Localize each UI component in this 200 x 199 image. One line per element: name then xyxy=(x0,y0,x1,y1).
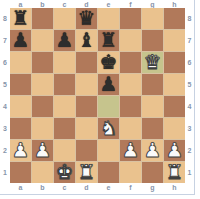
square-d7[interactable]: ♝ xyxy=(76,30,97,51)
file-label-b: b xyxy=(40,184,44,191)
square-g4[interactable] xyxy=(142,96,163,117)
square-g6[interactable]: ♛ xyxy=(142,52,163,73)
square-h3[interactable] xyxy=(164,118,185,139)
file-labels-bottom: abcdefgh xyxy=(10,183,185,194)
file-label-e: e xyxy=(107,1,111,8)
file-label-g: g xyxy=(150,1,154,8)
square-f6[interactable] xyxy=(120,52,141,73)
square-g2[interactable]: ♟ xyxy=(142,140,163,161)
black-rook-a8[interactable]: ♜ xyxy=(12,8,30,28)
rank-label-3: 3 xyxy=(188,125,192,132)
square-e5[interactable]: ♟ xyxy=(98,74,119,95)
file-label-f: f xyxy=(129,1,131,8)
file-labels-top: abcdefgh xyxy=(10,0,185,8)
black-queen-d8[interactable]: ♛ xyxy=(78,8,96,28)
square-g1[interactable] xyxy=(142,162,163,183)
square-e4[interactable] xyxy=(98,96,119,117)
square-g5[interactable] xyxy=(142,74,163,95)
white-pawn-g2[interactable]: ♟ xyxy=(144,140,162,160)
file-label-b: b xyxy=(40,1,44,8)
square-c6[interactable] xyxy=(54,52,75,73)
file-label-e: e xyxy=(107,184,111,191)
square-b7[interactable] xyxy=(32,30,53,51)
chess-board-panel: abcdefgh 87654321 ♜♛♟♟♝♜♚♛♟♞♟♟♟♟♟♚♜♜ 876… xyxy=(0,0,195,195)
white-rook-h1[interactable]: ♜ xyxy=(166,162,184,182)
square-h1[interactable]: ♜ xyxy=(164,162,185,183)
rank-label-6: 6 xyxy=(3,59,7,66)
rank-label-5: 5 xyxy=(3,81,7,88)
white-king-c1[interactable]: ♚ xyxy=(56,162,74,182)
square-d4[interactable] xyxy=(76,96,97,117)
white-pawn-f2[interactable]: ♟ xyxy=(122,140,140,160)
square-c1[interactable]: ♚ xyxy=(54,162,75,183)
rank-labels-left: 87654321 xyxy=(0,8,10,183)
square-h5[interactable] xyxy=(164,74,185,95)
file-label-f: f xyxy=(129,184,131,191)
file-label-d: d xyxy=(84,184,88,191)
square-c2[interactable] xyxy=(54,140,75,161)
square-d3[interactable] xyxy=(76,118,97,139)
white-pawn-b2[interactable]: ♟ xyxy=(34,140,52,160)
white-pawn-a2[interactable]: ♟ xyxy=(12,140,30,160)
square-e6[interactable]: ♚ xyxy=(98,52,119,73)
square-h2[interactable]: ♟ xyxy=(164,140,185,161)
square-f5[interactable] xyxy=(120,74,141,95)
square-d6[interactable] xyxy=(76,52,97,73)
square-c7[interactable]: ♟ xyxy=(54,30,75,51)
file-label-c: c xyxy=(63,184,67,191)
square-d8[interactable]: ♛ xyxy=(76,8,97,29)
rank-label-2: 2 xyxy=(188,147,192,154)
white-rook-d1[interactable]: ♜ xyxy=(78,162,96,182)
square-b4[interactable] xyxy=(32,96,53,117)
rank-label-8: 8 xyxy=(3,15,7,22)
rank-label-4: 4 xyxy=(3,103,7,110)
square-h7[interactable] xyxy=(164,30,185,51)
rank-label-7: 7 xyxy=(3,37,7,44)
rank-label-3: 3 xyxy=(3,125,7,132)
square-a8[interactable]: ♜ xyxy=(10,8,31,29)
square-d5[interactable] xyxy=(76,74,97,95)
square-h4[interactable] xyxy=(164,96,185,117)
square-f7[interactable] xyxy=(120,30,141,51)
black-pawn-a7[interactable]: ♟ xyxy=(12,30,30,50)
black-pawn-c7[interactable]: ♟ xyxy=(56,30,74,50)
chess-board: ♜♛♟♟♝♜♚♛♟♞♟♟♟♟♟♚♜♜ xyxy=(10,8,185,183)
square-h8[interactable] xyxy=(164,8,185,29)
square-c3[interactable] xyxy=(54,118,75,139)
rank-label-1: 1 xyxy=(3,169,7,176)
square-c4[interactable] xyxy=(54,96,75,117)
file-label-a: a xyxy=(19,184,23,191)
rank-labels-right: 87654321 xyxy=(185,8,194,183)
square-f2[interactable]: ♟ xyxy=(120,140,141,161)
square-e1[interactable] xyxy=(98,162,119,183)
rank-label-1: 1 xyxy=(188,169,192,176)
white-pawn-h2[interactable]: ♟ xyxy=(166,140,184,160)
black-king-e6[interactable]: ♚ xyxy=(100,52,118,72)
file-label-h: h xyxy=(172,1,176,8)
square-b2[interactable]: ♟ xyxy=(32,140,53,161)
white-queen-g6[interactable]: ♛ xyxy=(144,52,162,72)
square-a1[interactable] xyxy=(10,162,31,183)
square-c5[interactable] xyxy=(54,74,75,95)
square-f1[interactable] xyxy=(120,162,141,183)
square-g8[interactable] xyxy=(142,8,163,29)
square-a7[interactable]: ♟ xyxy=(10,30,31,51)
square-b6[interactable] xyxy=(32,52,53,73)
square-f4[interactable] xyxy=(120,96,141,117)
rank-label-4: 4 xyxy=(188,103,192,110)
rank-label-6: 6 xyxy=(188,59,192,66)
square-d2[interactable] xyxy=(76,140,97,161)
black-pawn-e5[interactable]: ♟ xyxy=(100,74,118,94)
black-rook-e7[interactable]: ♜ xyxy=(100,30,118,50)
rank-label-2: 2 xyxy=(3,147,7,154)
square-b3[interactable] xyxy=(32,118,53,139)
file-label-c: c xyxy=(63,1,67,8)
square-c8[interactable] xyxy=(54,8,75,29)
file-label-g: g xyxy=(150,184,154,191)
square-a2[interactable]: ♟ xyxy=(10,140,31,161)
black-bishop-d7[interactable]: ♝ xyxy=(78,30,96,50)
square-g7[interactable] xyxy=(142,30,163,51)
square-d1[interactable]: ♜ xyxy=(76,162,97,183)
rank-label-8: 8 xyxy=(188,15,192,22)
square-a3[interactable] xyxy=(10,118,31,139)
file-label-h: h xyxy=(172,184,176,191)
square-e3[interactable]: ♞ xyxy=(98,118,119,139)
square-e7[interactable]: ♜ xyxy=(98,30,119,51)
square-e8[interactable] xyxy=(98,8,119,29)
square-a6[interactable] xyxy=(10,52,31,73)
square-f3[interactable] xyxy=(120,118,141,139)
square-g3[interactable] xyxy=(142,118,163,139)
square-h6[interactable] xyxy=(164,52,185,73)
square-b8[interactable] xyxy=(32,8,53,29)
square-e2[interactable] xyxy=(98,140,119,161)
white-knight-e3[interactable]: ♞ xyxy=(100,118,118,138)
square-b5[interactable] xyxy=(32,74,53,95)
square-b1[interactable] xyxy=(32,162,53,183)
square-a4[interactable] xyxy=(10,96,31,117)
rank-label-7: 7 xyxy=(188,37,192,44)
rank-label-5: 5 xyxy=(188,81,192,88)
square-a5[interactable] xyxy=(10,74,31,95)
square-f8[interactable] xyxy=(120,8,141,29)
